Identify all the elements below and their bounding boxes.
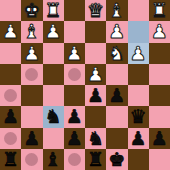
black-knight[interactable]: ♞	[87, 129, 104, 148]
square-c2[interactable]: ♟	[106, 21, 127, 42]
chess-board: ♚♜♛♝♜♟♝♟♟♟♟♟♞♟♟♟♟♟♞♟♛♟♟♞♟♟♜♝♜♚	[0, 0, 170, 170]
square-g6[interactable]	[21, 106, 42, 127]
white-pawn[interactable]: ♟	[87, 65, 104, 84]
white-pawn[interactable]: ♟	[151, 22, 168, 41]
square-c5[interactable]: ♟	[106, 85, 127, 106]
square-b5[interactable]	[128, 85, 149, 106]
square-a6[interactable]	[149, 106, 170, 127]
white-king[interactable]: ♚	[23, 1, 40, 20]
white-rook[interactable]: ♜	[151, 1, 168, 20]
black-rook[interactable]: ♜	[87, 150, 104, 169]
black-king[interactable]: ♚	[108, 150, 125, 169]
move-hint-dot	[25, 68, 38, 81]
square-f2[interactable]: ♟	[43, 21, 64, 42]
square-a8[interactable]	[149, 149, 170, 170]
black-rook[interactable]: ♜	[2, 150, 19, 169]
square-g8[interactable]	[21, 149, 42, 170]
black-pawn[interactable]: ♟	[2, 107, 19, 126]
square-h3[interactable]	[0, 43, 21, 64]
square-g3[interactable]: ♟	[21, 43, 42, 64]
square-d6[interactable]	[85, 106, 106, 127]
white-knight[interactable]: ♞	[108, 44, 125, 63]
square-f4[interactable]	[43, 64, 64, 85]
square-e5[interactable]	[64, 85, 85, 106]
black-queen[interactable]: ♛	[130, 107, 147, 126]
black-pawn[interactable]: ♟	[66, 107, 83, 126]
white-pawn[interactable]: ♟	[108, 22, 125, 41]
square-c8[interactable]: ♚	[106, 149, 127, 170]
square-h8[interactable]: ♜	[0, 149, 21, 170]
square-h4[interactable]	[0, 64, 21, 85]
square-f3[interactable]	[43, 43, 64, 64]
square-b1[interactable]	[128, 0, 149, 21]
square-a3[interactable]	[149, 43, 170, 64]
black-pawn[interactable]: ♟	[130, 129, 147, 148]
square-e4[interactable]	[64, 64, 85, 85]
square-a2[interactable]: ♟	[149, 21, 170, 42]
white-pawn[interactable]: ♟	[130, 44, 147, 63]
square-a7[interactable]: ♟	[149, 128, 170, 149]
square-g1[interactable]: ♚	[21, 0, 42, 21]
black-pawn[interactable]: ♟	[87, 86, 104, 105]
square-d3[interactable]	[85, 43, 106, 64]
move-hint-dot	[68, 153, 81, 166]
black-bishop[interactable]: ♝	[45, 150, 62, 169]
white-pawn[interactable]: ♟	[45, 22, 62, 41]
square-b8[interactable]	[128, 149, 149, 170]
move-hint-dot	[25, 153, 38, 166]
square-d2[interactable]	[85, 21, 106, 42]
square-c1[interactable]: ♝	[106, 0, 127, 21]
square-g7[interactable]: ♟	[21, 128, 42, 149]
square-c6[interactable]	[106, 106, 127, 127]
square-b7[interactable]: ♟	[128, 128, 149, 149]
move-hint-dot	[68, 68, 81, 81]
square-b6[interactable]: ♛	[128, 106, 149, 127]
move-hint-dot	[4, 89, 17, 102]
white-pawn[interactable]: ♟	[66, 44, 83, 63]
white-bishop[interactable]: ♝	[108, 1, 125, 20]
square-b3[interactable]: ♟	[128, 43, 149, 64]
square-d7[interactable]: ♞	[85, 128, 106, 149]
square-c7[interactable]	[106, 128, 127, 149]
square-d8[interactable]: ♜	[85, 149, 106, 170]
square-f7[interactable]	[43, 128, 64, 149]
square-h7[interactable]	[0, 128, 21, 149]
move-hint-dot	[4, 132, 17, 145]
black-pawn[interactable]: ♟	[23, 129, 40, 148]
square-a1[interactable]: ♜	[149, 0, 170, 21]
square-f6[interactable]: ♞	[43, 106, 64, 127]
square-h2[interactable]: ♟	[0, 21, 21, 42]
white-pawn[interactable]: ♟	[2, 22, 19, 41]
square-g2[interactable]: ♝	[21, 21, 42, 42]
square-b4[interactable]	[128, 64, 149, 85]
square-c4[interactable]	[106, 64, 127, 85]
square-b2[interactable]	[128, 21, 149, 42]
square-f8[interactable]: ♝	[43, 149, 64, 170]
square-d1[interactable]: ♛	[85, 0, 106, 21]
square-f1[interactable]: ♜	[43, 0, 64, 21]
black-pawn[interactable]: ♟	[66, 129, 83, 148]
black-knight[interactable]: ♞	[45, 107, 62, 126]
square-c3[interactable]: ♞	[106, 43, 127, 64]
square-f5[interactable]	[43, 85, 64, 106]
square-d5[interactable]: ♟	[85, 85, 106, 106]
square-h1[interactable]	[0, 0, 21, 21]
white-bishop[interactable]: ♝	[23, 22, 40, 41]
square-e3[interactable]: ♟	[64, 43, 85, 64]
square-d4[interactable]: ♟	[85, 64, 106, 85]
square-a5[interactable]	[149, 85, 170, 106]
square-g4[interactable]	[21, 64, 42, 85]
square-h6[interactable]: ♟	[0, 106, 21, 127]
white-pawn[interactable]: ♟	[23, 44, 40, 63]
square-e6[interactable]: ♟	[64, 106, 85, 127]
white-queen[interactable]: ♛	[87, 1, 104, 20]
square-e7[interactable]: ♟	[64, 128, 85, 149]
square-h5[interactable]	[0, 85, 21, 106]
square-g5[interactable]	[21, 85, 42, 106]
black-pawn[interactable]: ♟	[108, 86, 125, 105]
square-e2[interactable]	[64, 21, 85, 42]
black-pawn[interactable]: ♟	[151, 129, 168, 148]
white-rook[interactable]: ♜	[45, 1, 62, 20]
square-a4[interactable]	[149, 64, 170, 85]
square-e8[interactable]	[64, 149, 85, 170]
square-e1[interactable]	[64, 0, 85, 21]
